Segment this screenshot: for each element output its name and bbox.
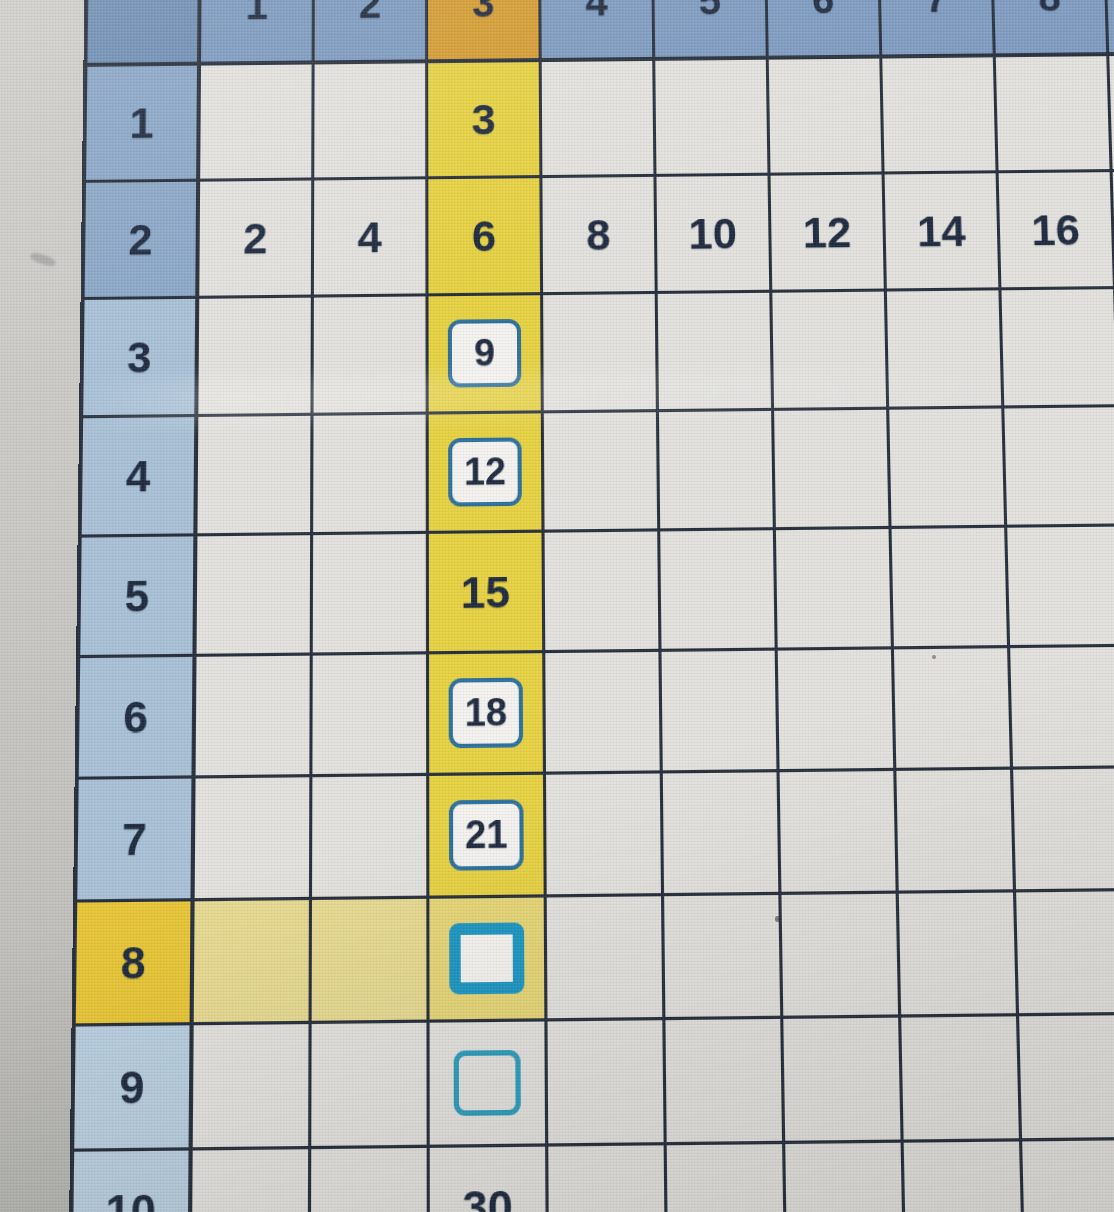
cell-r5-c7 bbox=[892, 528, 1011, 650]
empty-answer-box-r9-c3[interactable] bbox=[454, 1050, 521, 1116]
cell-r7-c7 bbox=[896, 770, 1016, 894]
cell-r2-c8: 16 bbox=[999, 172, 1114, 290]
cell-r7-c2 bbox=[312, 776, 429, 900]
cell-r8-c8 bbox=[1016, 891, 1114, 1016]
cell-r1-c6 bbox=[769, 59, 885, 176]
col-header-label: 3 bbox=[472, 0, 494, 26]
cell-r8-c6 bbox=[781, 894, 901, 1019]
cell-r5-c6 bbox=[776, 529, 894, 651]
cell-value: 10 bbox=[688, 208, 737, 258]
col-header-label: 1 bbox=[245, 0, 268, 28]
cell-value: 30 bbox=[462, 1180, 512, 1212]
cell-r5-c2 bbox=[313, 534, 429, 656]
cell-r8-c1 bbox=[194, 900, 312, 1025]
cell-r5-c1 bbox=[197, 535, 314, 657]
cell-value: 4 bbox=[358, 212, 382, 262]
row-header-2: 2 bbox=[85, 182, 201, 300]
cell-r4-c5 bbox=[659, 411, 776, 532]
col-header-7: 7 bbox=[880, 0, 996, 59]
cell-r1-c8 bbox=[996, 56, 1113, 173]
cell-r6-c7 bbox=[894, 648, 1013, 771]
cell-r10-c5 bbox=[667, 1144, 787, 1212]
row-header-label: 10 bbox=[105, 1184, 156, 1212]
row-header-label: 4 bbox=[126, 450, 151, 501]
cell-value: 8 bbox=[586, 209, 611, 259]
multiplication-board: 1234567813224681012141639412515618721891… bbox=[68, 0, 1114, 1212]
cell-r6-c3: 18 bbox=[429, 653, 546, 776]
row-header-label: 7 bbox=[122, 813, 147, 866]
smudge bbox=[29, 251, 57, 268]
row-header-label: 6 bbox=[123, 691, 148, 743]
cell-r4-c1 bbox=[197, 416, 313, 537]
col-header-8: 8 bbox=[993, 0, 1109, 57]
cell-r5-c3: 15 bbox=[429, 533, 545, 655]
cell-r10-c3: 30 bbox=[430, 1147, 549, 1212]
row-header-label: 8 bbox=[121, 936, 146, 989]
cell-r3-c5 bbox=[658, 293, 774, 412]
cell-r9-c8 bbox=[1019, 1015, 1114, 1141]
cell-r1-c7 bbox=[882, 57, 998, 174]
col-header-label: 7 bbox=[925, 0, 948, 21]
cell-r3-c2 bbox=[314, 296, 429, 415]
cell-r9-c7 bbox=[901, 1016, 1022, 1142]
cell-value: 14 bbox=[917, 206, 966, 256]
cell-r10-c6 bbox=[785, 1143, 906, 1212]
cell-r8-c7 bbox=[899, 892, 1019, 1017]
active-answer-box[interactable] bbox=[449, 922, 524, 994]
row-header-7: 7 bbox=[77, 779, 195, 903]
cell-r4-c2 bbox=[313, 415, 429, 536]
cell-r7-c3: 21 bbox=[429, 775, 547, 899]
cell-r9-c6 bbox=[783, 1018, 903, 1144]
cell-r7-c8 bbox=[1013, 768, 1114, 892]
row-header-8: 8 bbox=[76, 901, 195, 1026]
cell-r3-c3: 9 bbox=[429, 295, 544, 414]
row-header-6: 6 bbox=[79, 657, 197, 780]
cell-r2-c7: 14 bbox=[885, 173, 1002, 291]
row-header-label: 2 bbox=[128, 214, 153, 264]
row-header-10: 10 bbox=[73, 1151, 193, 1212]
cell-r3-c6 bbox=[772, 292, 889, 411]
cell-r4-c8 bbox=[1004, 407, 1114, 527]
col-header-label: 2 bbox=[359, 0, 381, 27]
cell-r9-c5 bbox=[665, 1019, 785, 1145]
cell-r6-c1 bbox=[196, 656, 313, 779]
row-header-label: 9 bbox=[119, 1060, 145, 1114]
cell-r1-c1 bbox=[200, 64, 314, 181]
cell-r2-c3: 6 bbox=[428, 178, 543, 296]
cell-r9-c4 bbox=[548, 1020, 667, 1146]
row-header-4: 4 bbox=[82, 417, 199, 538]
col-header-1: 1 bbox=[201, 0, 315, 66]
col-header-5: 5 bbox=[654, 0, 769, 61]
cell-r1-c4 bbox=[542, 61, 657, 178]
cell-value: 12 bbox=[802, 207, 851, 257]
cell-r8-c2 bbox=[312, 899, 430, 1024]
row-header-9: 9 bbox=[74, 1025, 193, 1151]
cell-r9-c1 bbox=[193, 1024, 312, 1150]
cell-r6-c5 bbox=[662, 651, 780, 774]
col-header-label: 6 bbox=[811, 0, 834, 22]
cell-value: 3 bbox=[472, 94, 496, 144]
col-header-4: 4 bbox=[541, 0, 655, 62]
screen-photo-background: 1234567813224681012141639412515618721891… bbox=[0, 0, 1114, 1212]
cell-value: 16 bbox=[1031, 204, 1081, 254]
cell-r3-c4 bbox=[543, 294, 659, 413]
cell-r3-c1 bbox=[198, 298, 314, 417]
row-header-5: 5 bbox=[80, 536, 197, 658]
cell-r1-c5 bbox=[655, 60, 770, 177]
row-header-label: 3 bbox=[127, 332, 152, 383]
answer-box-r6-c3[interactable]: 18 bbox=[449, 678, 524, 749]
cell-r3-c7 bbox=[887, 290, 1004, 409]
cell-r9-c2 bbox=[311, 1023, 430, 1149]
row-header-label: 5 bbox=[124, 570, 149, 622]
cell-r2-c5: 10 bbox=[656, 176, 772, 294]
cell-r7-c6 bbox=[780, 771, 899, 895]
answer-box-r4-c3[interactable]: 12 bbox=[448, 437, 522, 506]
col-header-2: 2 bbox=[315, 0, 429, 64]
corner-cell bbox=[87, 0, 201, 67]
cell-value: 6 bbox=[472, 211, 496, 261]
cell-r6-c8 bbox=[1010, 647, 1114, 770]
cell-r2-c1: 2 bbox=[199, 180, 314, 298]
cell-r10-c7 bbox=[904, 1141, 1026, 1212]
col-header-3: 3 bbox=[428, 0, 542, 63]
cell-r2-c4: 8 bbox=[542, 177, 657, 295]
row-header-3: 3 bbox=[83, 299, 199, 418]
cell-r4-c4 bbox=[544, 412, 660, 533]
cell-r6-c4 bbox=[545, 652, 663, 775]
cell-r10-c4 bbox=[548, 1145, 668, 1212]
cell-r7-c4 bbox=[546, 773, 664, 897]
cell-r1-c2 bbox=[314, 63, 428, 180]
cell-value: 15 bbox=[461, 566, 510, 618]
cell-r4-c3: 12 bbox=[429, 413, 545, 534]
cell-r4-c6 bbox=[774, 410, 891, 531]
answer-box-r3-c3[interactable]: 9 bbox=[448, 319, 521, 388]
row-header-1: 1 bbox=[86, 66, 201, 183]
col-header-6: 6 bbox=[767, 0, 882, 60]
cell-r7-c5 bbox=[663, 772, 782, 896]
col-header-label: 4 bbox=[585, 0, 608, 25]
cell-r10-c8 bbox=[1022, 1140, 1114, 1212]
cell-r6-c6 bbox=[778, 649, 897, 772]
cell-r7-c1 bbox=[195, 777, 313, 901]
cell-r10-c2 bbox=[311, 1148, 430, 1212]
cell-r8-c4 bbox=[547, 896, 666, 1021]
cell-r2-c2: 4 bbox=[314, 179, 429, 297]
cell-r8-c5 bbox=[664, 895, 783, 1020]
cell-r1-c3: 3 bbox=[428, 62, 542, 179]
col-header-label: 5 bbox=[698, 0, 721, 23]
cell-r2-c6: 12 bbox=[771, 174, 887, 292]
cell-r10-c1 bbox=[192, 1149, 311, 1212]
cell-r5-c8 bbox=[1007, 527, 1114, 649]
cell-r5-c4 bbox=[545, 531, 662, 653]
col-header-label: 8 bbox=[1038, 0, 1061, 20]
cell-r5-c5 bbox=[660, 530, 778, 652]
cell-value: 2 bbox=[243, 213, 267, 263]
cell-r4-c7 bbox=[889, 408, 1007, 529]
cell-r9-c3 bbox=[430, 1021, 549, 1147]
cell-r6-c2 bbox=[312, 654, 429, 777]
cell-r3-c8 bbox=[1001, 289, 1114, 408]
cell-r8-c3 bbox=[429, 898, 547, 1023]
answer-box-r7-c3[interactable]: 21 bbox=[449, 799, 524, 870]
row-header-label: 1 bbox=[129, 98, 154, 148]
